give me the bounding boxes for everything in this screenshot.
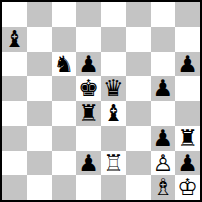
square-g6[interactable] bbox=[151, 52, 176, 77]
black-bishop: ♝ bbox=[103, 101, 124, 125]
square-c7[interactable] bbox=[52, 27, 77, 52]
square-b2[interactable] bbox=[27, 151, 52, 176]
black-knight: ♞ bbox=[54, 52, 75, 76]
black-pawn: ♟ bbox=[78, 52, 99, 76]
black-bishop: ♝ bbox=[4, 27, 25, 51]
square-a4[interactable] bbox=[2, 101, 27, 126]
black-rook: ♜ bbox=[177, 126, 198, 150]
square-e8[interactable] bbox=[101, 2, 126, 27]
square-b4[interactable] bbox=[27, 101, 52, 126]
square-h6[interactable]: ♟ bbox=[175, 52, 200, 77]
black-pawn: ♟ bbox=[153, 126, 174, 150]
square-a6[interactable] bbox=[2, 52, 27, 77]
white-bishop: ♗ bbox=[153, 175, 174, 199]
square-b6[interactable] bbox=[27, 52, 52, 77]
square-a8[interactable] bbox=[2, 2, 27, 27]
square-f1[interactable] bbox=[126, 175, 151, 200]
square-h1[interactable]: ♔ bbox=[175, 175, 200, 200]
square-g1[interactable]: ♗ bbox=[151, 175, 176, 200]
square-a2[interactable] bbox=[2, 151, 27, 176]
square-f5[interactable] bbox=[126, 76, 151, 101]
square-h3[interactable]: ♜ bbox=[175, 126, 200, 151]
white-king: ♔ bbox=[177, 175, 198, 199]
chess-board: ♝♞♟♟♚♛♟♜♝♟♜♟♖♙♟♗♔ bbox=[0, 0, 202, 202]
square-h8[interactable] bbox=[175, 2, 200, 27]
square-c3[interactable] bbox=[52, 126, 77, 151]
black-rook: ♜ bbox=[78, 101, 99, 125]
square-e4[interactable]: ♝ bbox=[101, 101, 126, 126]
black-pawn: ♟ bbox=[177, 151, 198, 175]
square-d5[interactable]: ♚ bbox=[76, 76, 101, 101]
square-b1[interactable] bbox=[27, 175, 52, 200]
square-h2[interactable]: ♟ bbox=[175, 151, 200, 176]
chess-board-grid: ♝♞♟♟♚♛♟♜♝♟♜♟♖♙♟♗♔ bbox=[2, 2, 200, 200]
square-f2[interactable] bbox=[126, 151, 151, 176]
black-pawn: ♟ bbox=[78, 151, 99, 175]
square-g7[interactable] bbox=[151, 27, 176, 52]
square-d8[interactable] bbox=[76, 2, 101, 27]
square-g2[interactable]: ♙ bbox=[151, 151, 176, 176]
square-c6[interactable]: ♞ bbox=[52, 52, 77, 77]
square-e6[interactable] bbox=[101, 52, 126, 77]
square-c1[interactable] bbox=[52, 175, 77, 200]
square-e3[interactable] bbox=[101, 126, 126, 151]
square-d7[interactable] bbox=[76, 27, 101, 52]
square-d1[interactable] bbox=[76, 175, 101, 200]
square-f7[interactable] bbox=[126, 27, 151, 52]
square-c4[interactable] bbox=[52, 101, 77, 126]
black-king: ♚ bbox=[78, 76, 99, 100]
square-b5[interactable] bbox=[27, 76, 52, 101]
square-g3[interactable]: ♟ bbox=[151, 126, 176, 151]
square-e2[interactable]: ♖ bbox=[101, 151, 126, 176]
white-pawn: ♙ bbox=[153, 151, 174, 175]
square-g8[interactable] bbox=[151, 2, 176, 27]
square-f4[interactable] bbox=[126, 101, 151, 126]
square-e5[interactable]: ♛ bbox=[101, 76, 126, 101]
square-c2[interactable] bbox=[52, 151, 77, 176]
square-g5[interactable]: ♟ bbox=[151, 76, 176, 101]
square-d4[interactable]: ♜ bbox=[76, 101, 101, 126]
square-d3[interactable] bbox=[76, 126, 101, 151]
square-a5[interactable] bbox=[2, 76, 27, 101]
square-c8[interactable] bbox=[52, 2, 77, 27]
square-e7[interactable] bbox=[101, 27, 126, 52]
square-a3[interactable] bbox=[2, 126, 27, 151]
square-c5[interactable] bbox=[52, 76, 77, 101]
square-g4[interactable] bbox=[151, 101, 176, 126]
black-queen: ♛ bbox=[103, 76, 124, 100]
square-b8[interactable] bbox=[27, 2, 52, 27]
square-f6[interactable] bbox=[126, 52, 151, 77]
square-h7[interactable] bbox=[175, 27, 200, 52]
square-a1[interactable] bbox=[2, 175, 27, 200]
white-rook: ♖ bbox=[103, 151, 124, 175]
square-a7[interactable]: ♝ bbox=[2, 27, 27, 52]
square-b3[interactable] bbox=[27, 126, 52, 151]
square-d6[interactable]: ♟ bbox=[76, 52, 101, 77]
square-d2[interactable]: ♟ bbox=[76, 151, 101, 176]
square-f3[interactable] bbox=[126, 126, 151, 151]
black-pawn: ♟ bbox=[153, 76, 174, 100]
square-b7[interactable] bbox=[27, 27, 52, 52]
square-h4[interactable] bbox=[175, 101, 200, 126]
black-pawn: ♟ bbox=[177, 52, 198, 76]
square-f8[interactable] bbox=[126, 2, 151, 27]
square-e1[interactable] bbox=[101, 175, 126, 200]
square-h5[interactable] bbox=[175, 76, 200, 101]
